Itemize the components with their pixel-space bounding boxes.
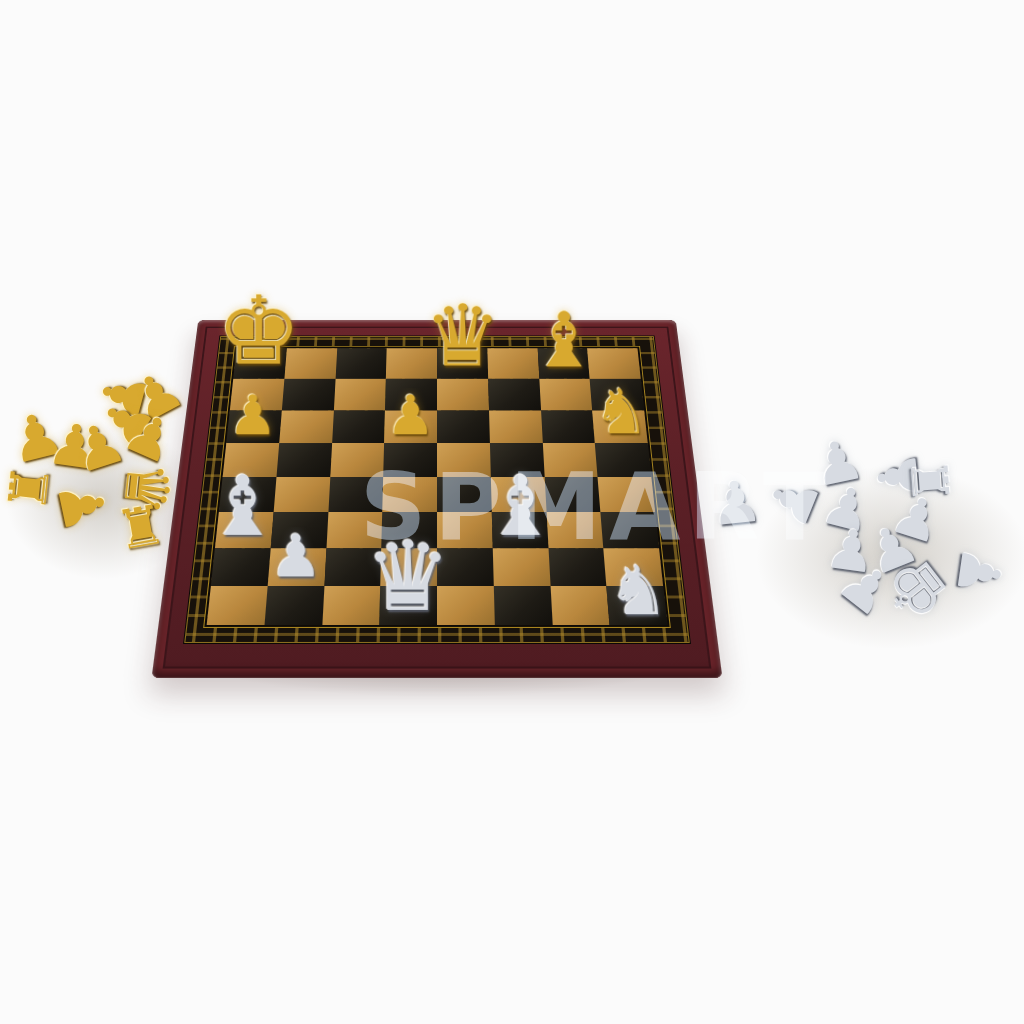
silver-pawn-pile-5[interactable]: ♟ <box>707 471 765 534</box>
loose-pieces-layer: ♟♟♟♟♟♟♟♜♛♟♜♟♟♜♟♟♟♟♟♟♟♟♚ <box>0 0 1024 1024</box>
gold-pawn-pile-10[interactable]: ♟ <box>48 475 116 538</box>
gold-rook-pile-11[interactable]: ♜ <box>112 497 169 559</box>
